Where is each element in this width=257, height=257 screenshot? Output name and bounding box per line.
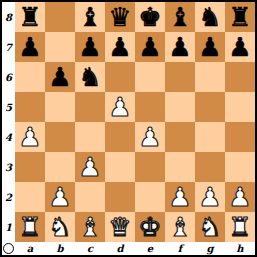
square-g7[interactable]: ♟ (195, 32, 225, 62)
file-label-b: b (45, 242, 75, 255)
rank-label-3: 3 (2, 152, 15, 182)
square-e3[interactable] (135, 152, 165, 182)
piece-white-queen: ♛ (108, 212, 131, 242)
square-c6[interactable]: ♞ (75, 62, 105, 92)
file-label-a: a (15, 242, 45, 255)
piece-black-king: ♚ (138, 2, 161, 32)
square-b3[interactable] (45, 152, 75, 182)
square-b8[interactable] (45, 2, 75, 32)
square-d7[interactable]: ♟ (105, 32, 135, 62)
square-a4[interactable]: ♟ (15, 122, 45, 152)
square-f8[interactable]: ♝ (165, 2, 195, 32)
rank-label-1: 1 (2, 212, 15, 242)
piece-black-rook: ♜ (18, 2, 41, 32)
side-to-move-indicator (2, 242, 15, 255)
square-a8[interactable]: ♜ (15, 2, 45, 32)
square-f5[interactable] (165, 92, 195, 122)
square-h5[interactable] (225, 92, 255, 122)
piece-white-pawn: ♟ (138, 122, 161, 152)
piece-black-pawn: ♟ (78, 32, 101, 62)
piece-white-rook: ♜ (228, 212, 251, 242)
square-h4[interactable] (225, 122, 255, 152)
square-a3[interactable] (15, 152, 45, 182)
square-b5[interactable] (45, 92, 75, 122)
square-f4[interactable] (165, 122, 195, 152)
rank-label-4: 4 (2, 122, 15, 152)
rank-label-6: 6 (2, 62, 15, 92)
square-c4[interactable] (75, 122, 105, 152)
piece-white-knight: ♞ (48, 212, 71, 242)
piece-black-pawn: ♟ (18, 32, 41, 62)
square-d5[interactable]: ♟ (105, 92, 135, 122)
piece-black-bishop: ♝ (78, 2, 101, 32)
square-e4[interactable]: ♟ (135, 122, 165, 152)
rank-label-2: 2 (2, 182, 15, 212)
file-label-f: f (165, 242, 195, 255)
square-d8[interactable]: ♛ (105, 2, 135, 32)
square-d2[interactable] (105, 182, 135, 212)
piece-white-rook: ♜ (18, 212, 41, 242)
square-g4[interactable] (195, 122, 225, 152)
piece-black-rook: ♜ (228, 2, 251, 32)
square-b7[interactable] (45, 32, 75, 62)
square-a2[interactable] (15, 182, 45, 212)
piece-white-pawn: ♟ (48, 182, 71, 212)
piece-white-pawn: ♟ (108, 92, 131, 122)
square-g1[interactable]: ♞ (195, 212, 225, 242)
square-g5[interactable] (195, 92, 225, 122)
square-c5[interactable] (75, 92, 105, 122)
file-label-g: g (195, 242, 225, 255)
square-b6[interactable]: ♟ (45, 62, 75, 92)
square-b1[interactable]: ♞ (45, 212, 75, 242)
piece-black-pawn: ♟ (198, 32, 221, 62)
square-e6[interactable] (135, 62, 165, 92)
chess-board: ♜♝♛♚♝♞♜♟♟♟♟♟♟♟♟♞♟♟♟♟♟♟♟♟♜♞♝♛♚♝♞♜ (15, 2, 255, 242)
square-c3[interactable]: ♟ (75, 152, 105, 182)
square-e2[interactable] (135, 182, 165, 212)
file-label-e: e (135, 242, 165, 255)
square-f3[interactable] (165, 152, 195, 182)
piece-black-queen: ♛ (108, 2, 131, 32)
piece-white-king: ♚ (138, 212, 161, 242)
piece-white-knight: ♞ (198, 212, 221, 242)
square-h3[interactable] (225, 152, 255, 182)
piece-white-pawn: ♟ (168, 182, 191, 212)
square-d6[interactable] (105, 62, 135, 92)
square-g8[interactable]: ♞ (195, 2, 225, 32)
rank-label-5: 5 (2, 92, 15, 122)
square-h1[interactable]: ♜ (225, 212, 255, 242)
square-h7[interactable]: ♟ (225, 32, 255, 62)
piece-white-bishop: ♝ (168, 212, 191, 242)
rank-label-7: 7 (2, 32, 15, 62)
chess-diagram: 87654321 ♜♝♛♚♝♞♜♟♟♟♟♟♟♟♟♞♟♟♟♟♟♟♟♟♜♞♝♛♚♝♞… (0, 0, 257, 257)
square-b4[interactable] (45, 122, 75, 152)
square-d3[interactable] (105, 152, 135, 182)
piece-white-pawn: ♟ (198, 182, 221, 212)
piece-black-pawn: ♟ (138, 32, 161, 62)
square-c2[interactable] (75, 182, 105, 212)
piece-white-pawn: ♟ (78, 152, 101, 182)
square-g6[interactable] (195, 62, 225, 92)
piece-black-pawn: ♟ (168, 32, 191, 62)
white-to-move-circle-icon (3, 243, 14, 254)
square-e7[interactable]: ♟ (135, 32, 165, 62)
square-g2[interactable]: ♟ (195, 182, 225, 212)
piece-black-pawn: ♟ (228, 32, 251, 62)
square-b2[interactable]: ♟ (45, 182, 75, 212)
square-c1[interactable]: ♝ (75, 212, 105, 242)
file-label-h: h (225, 242, 255, 255)
square-f1[interactable]: ♝ (165, 212, 195, 242)
piece-white-bishop: ♝ (78, 212, 101, 242)
rank-label-8: 8 (2, 2, 15, 32)
square-e1[interactable]: ♚ (135, 212, 165, 242)
square-e5[interactable] (135, 92, 165, 122)
file-labels: abcdefgh (15, 242, 255, 255)
square-f6[interactable] (165, 62, 195, 92)
rank-labels: 87654321 (2, 2, 15, 242)
square-h2[interactable]: ♟ (225, 182, 255, 212)
square-c8[interactable]: ♝ (75, 2, 105, 32)
piece-black-pawn: ♟ (108, 32, 131, 62)
square-d1[interactable]: ♛ (105, 212, 135, 242)
piece-black-bishop: ♝ (168, 2, 191, 32)
piece-black-pawn: ♟ (48, 62, 71, 92)
square-h6[interactable] (225, 62, 255, 92)
square-h8[interactable]: ♜ (225, 2, 255, 32)
square-e8[interactable]: ♚ (135, 2, 165, 32)
square-g3[interactable] (195, 152, 225, 182)
square-a1[interactable]: ♜ (15, 212, 45, 242)
square-d4[interactable] (105, 122, 135, 152)
file-label-c: c (75, 242, 105, 255)
square-f7[interactable]: ♟ (165, 32, 195, 62)
piece-white-pawn: ♟ (228, 182, 251, 212)
square-c7[interactable]: ♟ (75, 32, 105, 62)
file-label-d: d (105, 242, 135, 255)
square-a7[interactable]: ♟ (15, 32, 45, 62)
square-f2[interactable]: ♟ (165, 182, 195, 212)
square-a6[interactable] (15, 62, 45, 92)
piece-black-knight: ♞ (198, 2, 221, 32)
piece-white-pawn: ♟ (18, 122, 41, 152)
piece-black-knight: ♞ (78, 62, 101, 92)
square-a5[interactable] (15, 92, 45, 122)
